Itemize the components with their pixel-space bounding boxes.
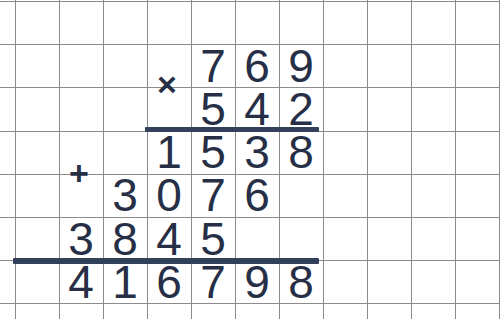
digit-cell: 7	[191, 44, 235, 87]
multiply-sign: ×	[145, 62, 189, 106]
digit-cell: 1	[103, 260, 147, 303]
digit-cell: 7	[191, 260, 235, 303]
digit-cell: 7	[191, 174, 235, 217]
digit-cell: 6	[235, 44, 279, 87]
digit-cell: 1	[147, 131, 191, 174]
digit-cell: 8	[103, 217, 147, 260]
digit-cell: 4	[235, 87, 279, 130]
digit-cell: 2	[279, 87, 323, 130]
digit-cell: 9	[235, 260, 279, 303]
rule-line-under-partials	[13, 258, 319, 264]
digit-cell: 6	[147, 260, 191, 303]
digit-cell: 8	[279, 131, 323, 174]
digit-cell: 5	[191, 217, 235, 260]
digit-cell: 0	[147, 174, 191, 217]
plus-sign: +	[57, 151, 101, 195]
digit-cell: 3	[59, 217, 103, 260]
graph-paper: 769542153830763845416798 × +	[0, 0, 500, 319]
digit-cell: 5	[191, 131, 235, 174]
digit-cell: 4	[147, 217, 191, 260]
digit-cell: 8	[279, 260, 323, 303]
digit-cell: 5	[191, 87, 235, 130]
digit-cell: 6	[235, 174, 279, 217]
digit-cell: 3	[235, 131, 279, 174]
rule-line-under-multiplier	[145, 127, 319, 132]
digit-cell: 9	[279, 44, 323, 87]
digit-cell: 3	[103, 174, 147, 217]
digit-cell: 4	[59, 260, 103, 303]
